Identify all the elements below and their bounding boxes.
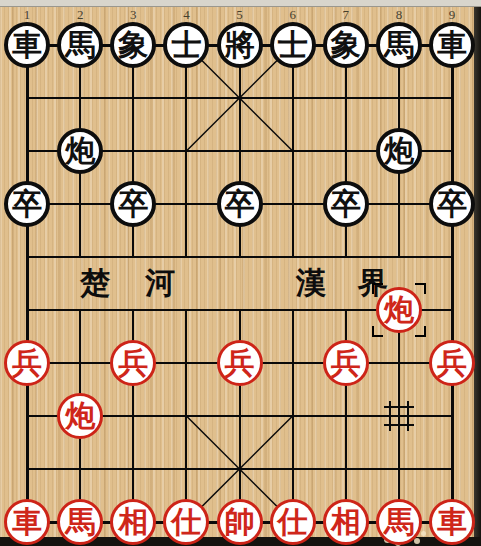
piece-red-soldier[interactable]: 兵 (110, 340, 156, 386)
palace-diagonals (0, 0, 481, 546)
column-label-7: 7 (333, 7, 359, 23)
grid-vline-col9 (451, 44, 454, 524)
xiangqi-app-window: 123456789楚河漢界車馬象士將士象馬車炮炮卒卒卒卒卒炮兵兵兵兵兵炮車馬相仕… (0, 0, 481, 546)
piece-red-general[interactable]: 帥 (217, 499, 263, 545)
grid-vline-col4-bottom (185, 310, 187, 522)
selection-corner-tl (372, 283, 383, 294)
piece-red-cannon[interactable]: 炮 (57, 393, 103, 439)
piece-black-horse[interactable]: 馬 (57, 22, 103, 68)
wood-speckle (421, 531, 426, 536)
piece-red-advisor[interactable]: 仕 (270, 499, 316, 545)
window-top-strip (0, 0, 481, 7)
piece-black-soldier[interactable]: 卒 (4, 181, 50, 227)
piece-red-horse[interactable]: 馬 (57, 499, 103, 545)
piece-black-general[interactable]: 將 (217, 22, 263, 68)
river-text-char: 河 (140, 265, 180, 301)
piece-red-chariot[interactable]: 車 (429, 499, 475, 545)
column-label-3: 3 (120, 7, 146, 23)
grid-vline-col1 (26, 44, 29, 524)
last-move-origin-marker (384, 401, 414, 431)
piece-red-elephant[interactable]: 相 (323, 499, 369, 545)
column-label-6: 6 (280, 7, 306, 23)
river-text-char: 漢 (291, 265, 331, 301)
origin-marker-line (407, 401, 409, 431)
piece-red-cannon[interactable]: 炮 (376, 287, 422, 333)
column-label-8: 8 (386, 7, 412, 23)
wood-speckle (414, 538, 420, 544)
grid-vline-col6-bottom (292, 310, 294, 522)
piece-black-soldier[interactable]: 卒 (217, 181, 263, 227)
grid-vline-col6-top (292, 45, 294, 257)
piece-red-soldier[interactable]: 兵 (217, 340, 263, 386)
piece-black-cannon[interactable]: 炮 (376, 128, 422, 174)
piece-red-soldier[interactable]: 兵 (323, 340, 369, 386)
selection-corner-br (415, 326, 426, 337)
selection-corner-bl (372, 326, 383, 337)
piece-black-elephant[interactable]: 象 (110, 22, 156, 68)
column-label-4: 4 (173, 7, 199, 23)
piece-black-chariot[interactable]: 車 (4, 22, 50, 68)
piece-black-soldier[interactable]: 卒 (323, 181, 369, 227)
piece-black-soldier[interactable]: 卒 (110, 181, 156, 227)
piece-black-advisor[interactable]: 士 (270, 22, 316, 68)
grid-vline-col4-top (185, 45, 187, 257)
selection-corner-tr (415, 283, 426, 294)
river-text-char: 楚 (75, 265, 115, 301)
column-label-1: 1 (14, 7, 40, 23)
piece-black-chariot[interactable]: 車 (429, 22, 475, 68)
xiangqi-board[interactable]: 123456789楚河漢界車馬象士將士象馬車炮炮卒卒卒卒卒炮兵兵兵兵兵炮車馬相仕… (0, 0, 481, 546)
piece-black-horse[interactable]: 馬 (376, 22, 422, 68)
piece-red-chariot[interactable]: 車 (4, 499, 50, 545)
piece-red-soldier[interactable]: 兵 (429, 340, 475, 386)
piece-black-elephant[interactable]: 象 (323, 22, 369, 68)
origin-marker-line (389, 401, 391, 431)
column-label-9: 9 (439, 7, 465, 23)
piece-red-soldier[interactable]: 兵 (4, 340, 50, 386)
piece-red-horse[interactable]: 馬 (376, 499, 422, 545)
piece-black-soldier[interactable]: 卒 (429, 181, 475, 227)
column-label-5: 5 (227, 7, 253, 23)
piece-black-cannon[interactable]: 炮 (57, 128, 103, 174)
piece-red-elephant[interactable]: 相 (110, 499, 156, 545)
column-label-2: 2 (67, 7, 93, 23)
